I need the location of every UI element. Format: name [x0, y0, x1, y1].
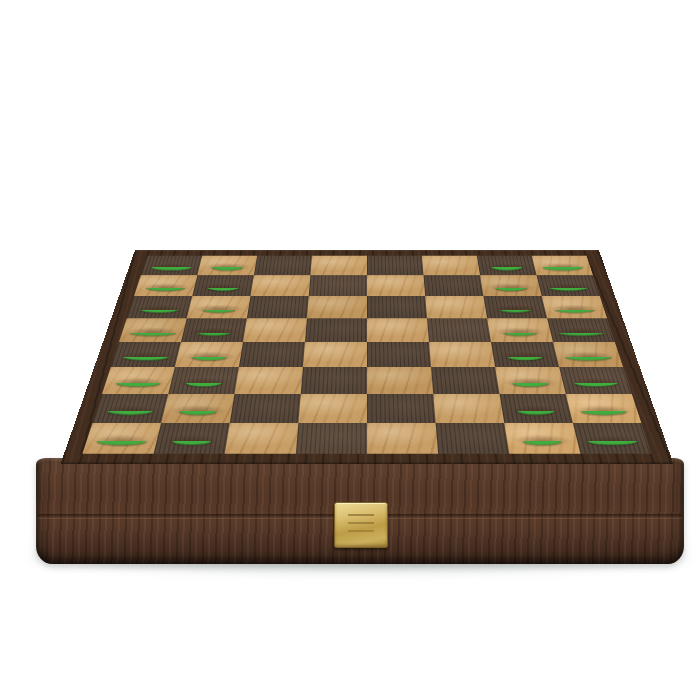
square-h5: [310, 256, 367, 276]
board-frame: ♜♟♟♜♞♟♟♞♝♟♟♝♚♟♟♚♛♟♟♛♝♟♟♝♞♟♟♞♜♟♟♜: [61, 250, 674, 464]
piece-black-p-a7: ♟: [154, 423, 230, 454]
board-scene: ♜♟♟♜♞♟♟♞♝♟♟♝♚♟♟♚♛♟♟♛♝♟♟♝♞♟♟♞♜♟♟♜: [0, 0, 700, 700]
black-p-glyph: ♟: [138, 330, 244, 449]
square-g6: [250, 275, 310, 296]
square-f5: [307, 296, 367, 318]
square-g5: [309, 275, 367, 296]
square-h4: [367, 256, 424, 276]
square-e5: [305, 318, 367, 342]
square-h3: [422, 256, 480, 276]
square-g3: [424, 275, 484, 296]
square-f4: [367, 296, 427, 318]
chess-set-photo: ♜♟♟♜♞♟♟♞♝♟♟♝♚♟♟♚♛♟♟♛♝♟♟♝♞♟♟♞♜♟♟♜: [0, 0, 700, 700]
square-h6: [254, 256, 312, 276]
square-g4: [367, 275, 425, 296]
square-e4: [367, 318, 429, 342]
white-r-glyph: ♜: [549, 309, 676, 450]
piece-white-r-a1: ♜: [573, 423, 652, 454]
